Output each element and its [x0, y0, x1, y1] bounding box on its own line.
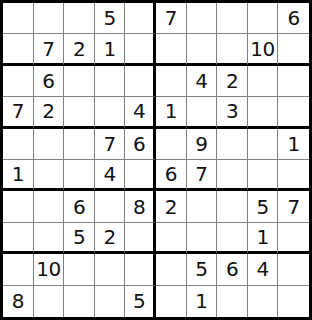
given-digit: 7	[195, 164, 207, 184]
cell-r8c6[interactable]	[156, 223, 187, 254]
given-digit: 6	[73, 197, 85, 217]
given-digit: 4	[256, 259, 268, 279]
cell-r9c6[interactable]	[156, 254, 187, 285]
cell-r9c9[interactable]: 4	[248, 254, 279, 285]
given-digit: 2	[42, 101, 54, 121]
cell-r4c3[interactable]	[64, 97, 95, 128]
cell-r10c6[interactable]	[156, 286, 187, 317]
cell-r3c6[interactable]	[156, 66, 187, 97]
cell-r3c10[interactable]	[278, 66, 309, 97]
cell-r10c9[interactable]	[248, 286, 279, 317]
cell-r2c10[interactable]	[278, 34, 309, 65]
cell-r9c5[interactable]	[125, 254, 156, 285]
cell-r2c4[interactable]: 1	[95, 34, 126, 65]
cell-r6c4[interactable]: 4	[95, 160, 126, 191]
cell-r6c3[interactable]	[64, 160, 95, 191]
cell-r9c2[interactable]: 10	[34, 254, 65, 285]
cell-r4c1[interactable]: 7	[3, 97, 34, 128]
cell-r10c2[interactable]	[34, 286, 65, 317]
cell-r9c3[interactable]	[64, 254, 95, 285]
given-digit: 5	[133, 291, 145, 311]
given-digit: 6	[133, 134, 145, 154]
given-digit: 1	[12, 164, 24, 184]
cell-r6c2[interactable]	[34, 160, 65, 191]
cell-r4c4[interactable]	[95, 97, 126, 128]
cell-r10c7[interactable]: 1	[187, 286, 218, 317]
given-digit: 4	[133, 101, 145, 121]
cell-r5c3[interactable]	[64, 129, 95, 160]
cell-r2c5[interactable]	[125, 34, 156, 65]
given-digit: 2	[165, 197, 177, 217]
given-digit: 8	[133, 197, 145, 217]
cell-r7c7[interactable]	[187, 191, 218, 222]
cell-r7c9[interactable]: 5	[248, 191, 279, 222]
cell-r1c10[interactable]: 6	[278, 3, 309, 34]
given-digit: 2	[73, 39, 85, 59]
cell-r9c8[interactable]: 6	[217, 254, 248, 285]
given-digit: 3	[226, 101, 238, 121]
cell-r3c3[interactable]	[64, 66, 95, 97]
cell-r6c9[interactable]	[248, 160, 279, 191]
cell-r7c5[interactable]: 8	[125, 191, 156, 222]
cell-r8c7[interactable]	[187, 223, 218, 254]
given-digit: 6	[226, 259, 238, 279]
cell-r7c8[interactable]	[217, 191, 248, 222]
cell-r5c4[interactable]: 7	[95, 129, 126, 160]
cell-r4c10[interactable]	[278, 97, 309, 128]
cell-r3c9[interactable]	[248, 66, 279, 97]
cell-r3c5[interactable]	[125, 66, 156, 97]
cell-r7c10[interactable]: 7	[278, 191, 309, 222]
given-digit: 7	[165, 8, 177, 28]
cell-r1c3[interactable]	[64, 3, 95, 34]
given-digit: 1	[288, 134, 300, 154]
given-digit: 8	[12, 291, 24, 311]
given-digit: 1	[195, 291, 207, 311]
cell-r10c3[interactable]	[64, 286, 95, 317]
cell-r8c4[interactable]: 2	[95, 223, 126, 254]
cell-r7c4[interactable]	[95, 191, 126, 222]
cell-r5c7[interactable]: 9	[187, 129, 218, 160]
cell-r8c9[interactable]: 1	[248, 223, 279, 254]
cell-r5c10[interactable]: 1	[278, 129, 309, 160]
cell-r3c4[interactable]	[95, 66, 126, 97]
cell-r2c9[interactable]: 10	[248, 34, 279, 65]
sudoku-board: 5767211064272413769114676825752110564851	[0, 0, 312, 320]
cell-r2c7[interactable]	[187, 34, 218, 65]
cell-r1c2[interactable]	[34, 3, 65, 34]
cell-r6c10[interactable]	[278, 160, 309, 191]
cell-r9c4[interactable]	[95, 254, 126, 285]
given-digit: 7	[103, 134, 115, 154]
given-digit: 1	[165, 101, 177, 121]
given-digit: 6	[165, 164, 177, 184]
cell-r10c4[interactable]	[95, 286, 126, 317]
cell-r9c7[interactable]: 5	[187, 254, 218, 285]
cell-r4c5[interactable]: 4	[125, 97, 156, 128]
cell-r10c8[interactable]	[217, 286, 248, 317]
given-digit: 1	[256, 227, 268, 247]
cell-r4c7[interactable]	[187, 97, 218, 128]
given-digit: 2	[103, 227, 115, 247]
cell-r8c3[interactable]: 5	[64, 223, 95, 254]
cell-r4c9[interactable]	[248, 97, 279, 128]
cell-r1c8[interactable]	[217, 3, 248, 34]
cell-r6c1[interactable]: 1	[3, 160, 34, 191]
cell-r9c10[interactable]	[278, 254, 309, 285]
given-digit: 5	[73, 227, 85, 247]
cell-r7c2[interactable]	[34, 191, 65, 222]
cell-r5c9[interactable]	[248, 129, 279, 160]
given-digit: 6	[288, 8, 300, 28]
cell-r4c2[interactable]: 2	[34, 97, 65, 128]
cell-r10c5[interactable]: 5	[125, 286, 156, 317]
cell-r1c1[interactable]	[3, 3, 34, 34]
given-digit: 4	[195, 71, 207, 91]
given-digit: 6	[42, 71, 54, 91]
cell-r2c6[interactable]	[156, 34, 187, 65]
cell-r10c1[interactable]: 8	[3, 286, 34, 317]
cell-r5c1[interactable]	[3, 129, 34, 160]
given-digit: 7	[288, 197, 300, 217]
given-digit: 5	[195, 259, 207, 279]
cell-r4c8[interactable]: 3	[217, 97, 248, 128]
cell-r6c7[interactable]: 7	[187, 160, 218, 191]
cell-r2c2[interactable]: 7	[34, 34, 65, 65]
cell-r1c7[interactable]	[187, 3, 218, 34]
cell-r2c1[interactable]	[3, 34, 34, 65]
given-digit: 5	[256, 197, 268, 217]
cell-r1c5[interactable]	[125, 3, 156, 34]
cell-r3c7[interactable]: 4	[187, 66, 218, 97]
cell-r2c8[interactable]	[217, 34, 248, 65]
cell-r4c6[interactable]: 1	[156, 97, 187, 128]
cell-r9c1[interactable]	[3, 254, 34, 285]
cell-r3c8[interactable]: 2	[217, 66, 248, 97]
cell-r5c6[interactable]	[156, 129, 187, 160]
cell-r1c9[interactable]	[248, 3, 279, 34]
given-digit: 7	[12, 101, 24, 121]
cell-r5c2[interactable]	[34, 129, 65, 160]
cell-r8c1[interactable]	[3, 223, 34, 254]
given-digit: 1	[103, 39, 115, 59]
given-digit: 9	[195, 134, 207, 154]
cell-r8c8[interactable]	[217, 223, 248, 254]
cell-r5c8[interactable]	[217, 129, 248, 160]
cell-r6c6[interactable]: 6	[156, 160, 187, 191]
given-digit: 7	[42, 39, 54, 59]
cell-r2c3[interactable]: 2	[64, 34, 95, 65]
cell-r6c5[interactable]	[125, 160, 156, 191]
cell-r7c6[interactable]: 2	[156, 191, 187, 222]
cell-r7c3[interactable]: 6	[64, 191, 95, 222]
cell-r1c4[interactable]: 5	[95, 3, 126, 34]
cell-r8c10[interactable]	[278, 223, 309, 254]
given-digit: 10	[36, 259, 60, 279]
cell-r7c1[interactable]	[3, 191, 34, 222]
cell-r3c1[interactable]	[3, 66, 34, 97]
cell-r1c6[interactable]: 7	[156, 3, 187, 34]
given-digit: 2	[226, 71, 238, 91]
cell-r3c2[interactable]: 6	[34, 66, 65, 97]
cell-r6c8[interactable]	[217, 160, 248, 191]
given-digit: 10	[250, 39, 274, 59]
cell-r5c5[interactable]: 6	[125, 129, 156, 160]
cell-r10c10[interactable]	[278, 286, 309, 317]
cell-r8c2[interactable]	[34, 223, 65, 254]
cell-r8c5[interactable]	[125, 223, 156, 254]
given-digit: 5	[103, 8, 115, 28]
given-digit: 4	[103, 164, 115, 184]
